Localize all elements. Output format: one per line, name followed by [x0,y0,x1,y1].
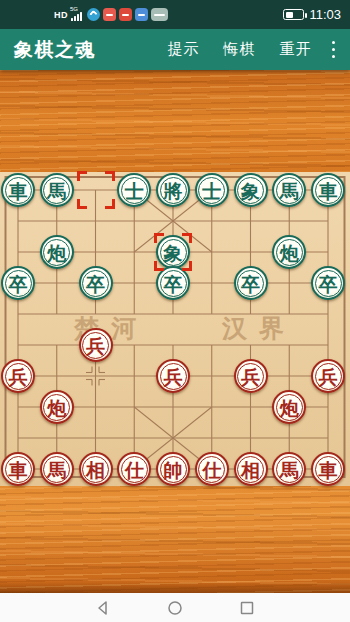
home-button[interactable] [167,599,184,616]
notification-icons [87,8,168,21]
alert-notification-icon [103,8,116,21]
app-bar-actions: 提示 悔棋 重开 [156,30,350,69]
home-circle-icon [167,600,183,616]
status-icons-right: 11:03 [283,7,350,22]
status-time: 11:03 [309,7,341,22]
recents-square-icon [239,600,255,616]
record-notification-icon [119,8,132,21]
page-title: 象棋之魂 [14,37,96,63]
recents-button[interactable] [239,599,256,616]
last-move-from-marker [77,171,115,209]
status-icons-left: HD 5G [54,8,168,21]
battery-icon [283,9,304,20]
back-triangle-icon [95,600,111,616]
browser-notification-icon [87,8,100,21]
last-move-to-marker [154,233,192,271]
undo-move-button[interactable]: 悔棋 [212,30,268,69]
back-button[interactable] [95,599,112,616]
phone-screen: HD 5G 11:03 象棋之魂 提示 悔棋 重开 楚河 汉界 車馬士 [0,0,350,622]
xiangqi-board[interactable]: 楚河 汉界 車馬士將士象馬車炮象炮卒卒卒卒卒兵兵兵兵兵炮炮車馬相仕帥仕相馬車 [0,172,350,486]
signal-strength-icon: 5G [71,8,82,21]
hint-button[interactable]: 提示 [156,30,212,69]
navigation-bar [0,593,350,622]
last-move-layer [0,172,350,486]
message-notification-icon [135,8,148,21]
hd-icon: HD [54,10,68,20]
app-bar: 象棋之魂 提示 悔棋 重开 [0,29,350,70]
restart-button[interactable]: 重开 [268,30,324,69]
sim-toolkit-notification-icon [151,8,168,21]
overflow-menu-button[interactable] [324,33,350,67]
status-bar: HD 5G 11:03 [0,0,350,29]
